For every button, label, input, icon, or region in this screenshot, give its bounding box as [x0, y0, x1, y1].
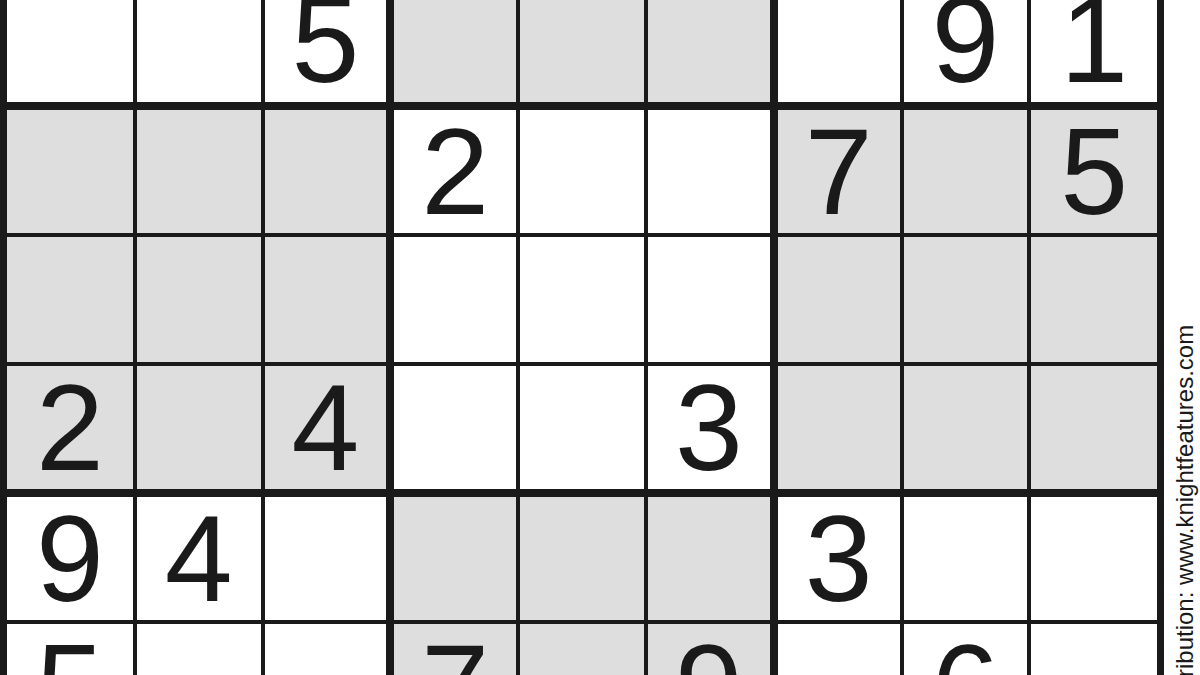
cell-r6c1[interactable]: 2: [7, 364, 135, 493]
cell-r5c5[interactable]: [518, 235, 646, 364]
cell-r4c9[interactable]: 5: [1029, 106, 1157, 235]
cell-r8c5[interactable]: [518, 622, 646, 675]
cell-r8c8[interactable]: 6: [902, 622, 1030, 675]
cell-r4c7[interactable]: 7: [774, 106, 902, 235]
cell-r5c3[interactable]: [263, 235, 391, 364]
cell-r6c7[interactable]: [774, 364, 902, 493]
cell-r4c6[interactable]: [646, 106, 774, 235]
cell-r4c8[interactable]: [902, 106, 1030, 235]
cell-r7c6[interactable]: [646, 493, 774, 622]
cell-r7c3[interactable]: [263, 493, 391, 622]
cell-r4c1[interactable]: [7, 106, 135, 235]
cell-r6c2[interactable]: [135, 364, 263, 493]
cell-r6c8[interactable]: [902, 364, 1030, 493]
cell-r3c9[interactable]: 1: [1029, 0, 1157, 106]
cell-r5c1[interactable]: [7, 235, 135, 364]
sudoku-screenshot: 5912752439435796 ribution: www.knightfea…: [0, 0, 1200, 675]
cell-r3c7[interactable]: [774, 0, 902, 106]
cell-r3c3[interactable]: 5: [263, 0, 391, 106]
cell-r5c9[interactable]: [1029, 235, 1157, 364]
sudoku-board: 5912752439435796: [0, 0, 1164, 675]
cell-r8c9[interactable]: [1029, 622, 1157, 675]
cell-r7c1[interactable]: 9: [7, 493, 135, 622]
cell-r5c8[interactable]: [902, 235, 1030, 364]
cell-r8c3[interactable]: [263, 622, 391, 675]
cell-r4c2[interactable]: [135, 106, 263, 235]
cell-r5c4[interactable]: [390, 235, 518, 364]
cell-r6c3[interactable]: 4: [263, 364, 391, 493]
cell-r3c5[interactable]: [518, 0, 646, 106]
cell-r5c6[interactable]: [646, 235, 774, 364]
cell-r7c4[interactable]: [390, 493, 518, 622]
cell-r7c9[interactable]: [1029, 493, 1157, 622]
cell-r8c6[interactable]: 9: [646, 622, 774, 675]
cell-r3c2[interactable]: [135, 0, 263, 106]
cell-r7c7[interactable]: 3: [774, 493, 902, 622]
cell-r8c2[interactable]: [135, 622, 263, 675]
cell-r6c6[interactable]: 3: [646, 364, 774, 493]
cell-r4c3[interactable]: [263, 106, 391, 235]
cell-r6c4[interactable]: [390, 364, 518, 493]
cell-r6c5[interactable]: [518, 364, 646, 493]
cell-r3c1[interactable]: [7, 0, 135, 106]
cell-r7c8[interactable]: [902, 493, 1030, 622]
cell-r8c7[interactable]: [774, 622, 902, 675]
cell-r3c8[interactable]: 9: [902, 0, 1030, 106]
cell-r7c2[interactable]: 4: [135, 493, 263, 622]
cell-r5c2[interactable]: [135, 235, 263, 364]
cell-r4c5[interactable]: [518, 106, 646, 235]
cell-r4c4[interactable]: 2: [390, 106, 518, 235]
cell-r5c7[interactable]: [774, 235, 902, 364]
cell-r3c4[interactable]: [390, 0, 518, 106]
cell-r6c9[interactable]: [1029, 364, 1157, 493]
cell-r3c6[interactable]: [646, 0, 774, 106]
cell-r7c5[interactable]: [518, 493, 646, 622]
cell-r8c4[interactable]: 7: [390, 622, 518, 675]
cell-r8c1[interactable]: 5: [7, 622, 135, 675]
watermark-text: ribution: www.knightfeatures.com: [1172, 325, 1198, 675]
